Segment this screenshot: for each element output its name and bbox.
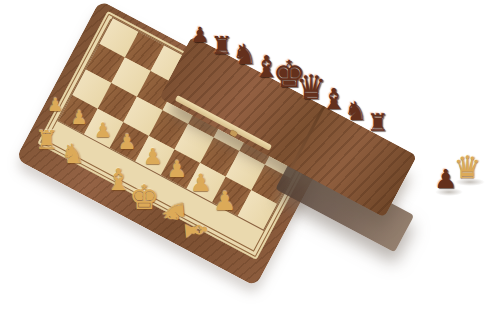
piece-white-pawn: ♟ (94, 120, 112, 140)
piece-white-pawn: ♟ (213, 188, 236, 214)
piece-white-pawn: ♟ (167, 158, 188, 181)
piece-black-rook: ♜ (367, 111, 389, 135)
piece-white-pawn: ♟ (143, 146, 163, 168)
piece-white-pawn: ♟ (190, 171, 212, 195)
piece-white-pawn: ♟ (71, 108, 88, 127)
piece-black-rook: ♜ (211, 33, 233, 58)
piece-white-bishop: ♝ (105, 165, 132, 195)
product-photo-chess-set: ♟♟♟♟♟♟♟♟♜♞♝♚♞♝♟♜♞♝♚♛♝♞♜♟♛ (0, 0, 500, 319)
piece-white-king: ♚ (129, 180, 159, 214)
lid-wood-seam (290, 105, 326, 168)
piece-black-pawn: ♟ (191, 25, 210, 46)
piece-white-rook: ♜ (35, 127, 58, 153)
piece-white-pawn: ♟ (118, 132, 137, 153)
piece-white-bishop-fallen: ♝ (179, 215, 211, 244)
piece-white-pawn: ♟ (47, 96, 63, 114)
piece-white-queen: ♛ (454, 152, 482, 183)
piece-black-knight: ♞ (344, 98, 367, 124)
piece-black-bishop: ♝ (321, 85, 347, 114)
piece-white-knight: ♞ (61, 140, 85, 167)
